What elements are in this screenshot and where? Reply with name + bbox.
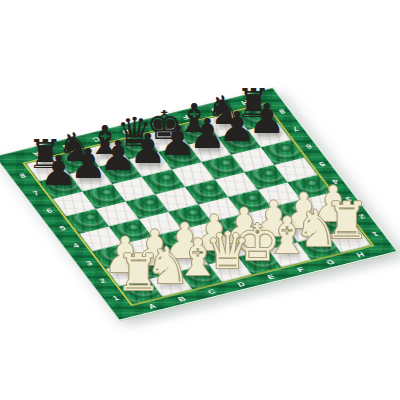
rank-label-right-8: 8 (277, 108, 286, 114)
file-label-bottom-h: H (355, 252, 365, 259)
file-label-top-c: C (91, 136, 101, 143)
rank-label-left-4: 4 (71, 242, 80, 248)
file-label-bottom-g: G (325, 259, 336, 266)
file-label-bottom-f: F (296, 266, 305, 272)
rank-label-left-6: 6 (44, 207, 53, 213)
rank-label-left-3: 3 (84, 260, 93, 266)
rank-label-left-8: 8 (18, 172, 27, 178)
rank-label-left-2: 2 (98, 277, 107, 283)
file-label-top-h: H (239, 99, 249, 106)
rank-label-right-4: 4 (330, 178, 339, 184)
photo-canvas: AA88BB77CC66DD55EE44FF33GG22HH11 ♜♞♝♛♚♝♞… (0, 0, 400, 400)
rank-label-right-5: 5 (317, 161, 326, 167)
file-label-bottom-c: C (207, 288, 217, 295)
file-label-bottom-b: B (177, 296, 187, 303)
rank-label-right-2: 2 (357, 213, 366, 219)
file-label-top-e: E (150, 121, 160, 127)
file-label-top-g: G (209, 106, 220, 113)
rank-label-right-7: 7 (290, 126, 299, 132)
rank-label-left-7: 7 (31, 190, 40, 196)
rank-label-right-1: 1 (370, 231, 379, 237)
rank-label-left-5: 5 (58, 225, 67, 231)
rank-label-right-6: 6 (304, 143, 313, 149)
file-label-top-f: F (180, 114, 189, 120)
file-label-top-d: D (120, 129, 130, 136)
file-label-bottom-a: A (147, 303, 157, 310)
file-label-bottom-d: D (236, 281, 246, 288)
rank-label-left-1: 1 (111, 295, 120, 301)
file-label-top-b: B (61, 143, 71, 150)
rank-label-right-3: 3 (344, 196, 353, 202)
chess-mat: AA88BB77CC66DD55EE44FF33GG22HH11 (0, 87, 399, 321)
file-label-top-a: A (31, 151, 41, 158)
file-label-bottom-e: E (266, 274, 276, 280)
chess-board (26, 105, 370, 304)
